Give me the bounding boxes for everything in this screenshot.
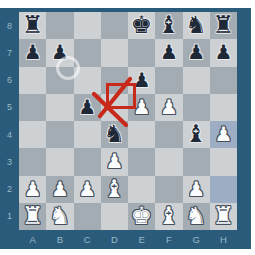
- square-c2[interactable]: ♟: [74, 176, 101, 203]
- square-d8[interactable]: [101, 12, 128, 39]
- square-d4[interactable]: ♞: [101, 121, 128, 148]
- square-b7[interactable]: ♟: [46, 39, 73, 66]
- square-e1[interactable]: ♚: [128, 203, 155, 230]
- chess-app: ♜♚♝♞♜♟♟♟♟♟♟♟♟♟♞♝♟♟♟♟♟♝♟♜♞♚♝♞♜ 87654321 A…: [0, 0, 255, 255]
- square-c8[interactable]: [74, 12, 101, 39]
- white-knight[interactable]: ♞: [49, 203, 71, 230]
- file-labels: ABCDEFGH: [19, 230, 237, 249]
- white-pawn[interactable]: ♟: [51, 176, 69, 203]
- square-e6[interactable]: ♟: [128, 67, 155, 94]
- black-rook[interactable]: ♜: [213, 12, 235, 39]
- black-pawn[interactable]: ♟: [78, 94, 96, 121]
- square-b4[interactable]: [46, 121, 73, 148]
- square-a7[interactable]: ♟: [19, 39, 46, 66]
- white-bishop[interactable]: ♝: [158, 203, 180, 230]
- square-h1[interactable]: ♜: [210, 203, 237, 230]
- file-label-g: G: [183, 230, 210, 249]
- square-h2[interactable]: [210, 176, 237, 203]
- square-d2[interactable]: ♝: [101, 176, 128, 203]
- square-g7[interactable]: ♟: [183, 39, 210, 66]
- square-g4[interactable]: ♝: [183, 121, 210, 148]
- square-f4[interactable]: [155, 121, 182, 148]
- board[interactable]: ♜♚♝♞♜♟♟♟♟♟♟♟♟♟♞♝♟♟♟♟♟♝♟♜♞♚♝♞♜: [19, 12, 237, 230]
- black-bishop[interactable]: ♝: [158, 12, 180, 39]
- rank-label-6: 6: [0, 67, 19, 94]
- white-pawn[interactable]: ♟: [78, 176, 96, 203]
- square-f1[interactable]: ♝: [155, 203, 182, 230]
- file-label-c: C: [74, 230, 101, 249]
- file-label-d: D: [101, 230, 128, 249]
- white-king[interactable]: ♚: [131, 203, 153, 230]
- square-e7[interactable]: [128, 39, 155, 66]
- square-g2[interactable]: ♟: [183, 176, 210, 203]
- black-rook[interactable]: ♜: [22, 12, 44, 39]
- square-f5[interactable]: ♟: [155, 94, 182, 121]
- square-d6[interactable]: [101, 67, 128, 94]
- square-c1[interactable]: [74, 203, 101, 230]
- square-e4[interactable]: [128, 121, 155, 148]
- square-d3[interactable]: ♟: [101, 148, 128, 175]
- white-pawn[interactable]: ♟: [133, 94, 151, 121]
- square-b6[interactable]: [46, 67, 73, 94]
- square-g1[interactable]: ♞: [183, 203, 210, 230]
- white-rook[interactable]: ♜: [213, 203, 235, 230]
- rank-label-1: 1: [0, 203, 19, 230]
- square-a6[interactable]: [19, 67, 46, 94]
- file-label-h: H: [210, 230, 237, 249]
- square-f6[interactable]: [155, 67, 182, 94]
- black-pawn[interactable]: ♟: [24, 39, 42, 66]
- white-bishop[interactable]: ♝: [104, 176, 126, 203]
- white-pawn[interactable]: ♟: [160, 94, 178, 121]
- file-label-f: F: [155, 230, 182, 249]
- black-pawn[interactable]: ♟: [133, 67, 151, 94]
- file-label-a: A: [19, 230, 46, 249]
- square-e3[interactable]: [128, 148, 155, 175]
- square-c4[interactable]: [74, 121, 101, 148]
- square-a8[interactable]: ♜: [19, 12, 46, 39]
- square-b3[interactable]: [46, 148, 73, 175]
- square-e5[interactable]: ♟: [128, 94, 155, 121]
- square-h8[interactable]: ♜: [210, 12, 237, 39]
- white-pawn[interactable]: ♟: [105, 148, 123, 175]
- black-pawn[interactable]: ♟: [51, 39, 69, 66]
- black-king[interactable]: ♚: [131, 12, 153, 39]
- square-h6[interactable]: [210, 67, 237, 94]
- square-g5[interactable]: [183, 94, 210, 121]
- square-f7[interactable]: ♟: [155, 39, 182, 66]
- rank-label-7: 7: [0, 39, 19, 66]
- rank-label-4: 4: [0, 121, 19, 148]
- black-knight[interactable]: ♞: [185, 12, 207, 39]
- square-h7[interactable]: ♟: [210, 39, 237, 66]
- square-f2[interactable]: [155, 176, 182, 203]
- white-pawn[interactable]: ♟: [24, 176, 42, 203]
- square-b1[interactable]: ♞: [46, 203, 73, 230]
- square-f3[interactable]: [155, 148, 182, 175]
- white-pawn[interactable]: ♟: [187, 176, 205, 203]
- square-f8[interactable]: ♝: [155, 12, 182, 39]
- square-d7[interactable]: [101, 39, 128, 66]
- square-c6[interactable]: [74, 67, 101, 94]
- black-knight[interactable]: ♞: [104, 121, 126, 148]
- black-pawn[interactable]: ♟: [214, 39, 232, 66]
- square-c3[interactable]: [74, 148, 101, 175]
- square-c5[interactable]: ♟: [74, 94, 101, 121]
- square-h5[interactable]: [210, 94, 237, 121]
- square-a4[interactable]: [19, 121, 46, 148]
- square-h4[interactable]: ♟: [210, 121, 237, 148]
- square-d1[interactable]: [101, 203, 128, 230]
- square-a1[interactable]: ♜: [19, 203, 46, 230]
- square-a2[interactable]: ♟: [19, 176, 46, 203]
- square-g6[interactable]: [183, 67, 210, 94]
- file-label-e: E: [128, 230, 155, 249]
- black-pawn[interactable]: ♟: [160, 39, 178, 66]
- square-a5[interactable]: [19, 94, 46, 121]
- square-b2[interactable]: ♟: [46, 176, 73, 203]
- square-h3[interactable]: [210, 148, 237, 175]
- white-rook[interactable]: ♜: [22, 203, 44, 230]
- rank-label-5: 5: [0, 94, 19, 121]
- file-label-b: B: [46, 230, 73, 249]
- square-b5[interactable]: [46, 94, 73, 121]
- square-e2[interactable]: [128, 176, 155, 203]
- black-pawn[interactable]: ♟: [187, 39, 205, 66]
- square-a3[interactable]: [19, 148, 46, 175]
- square-g8[interactable]: ♞: [183, 12, 210, 39]
- white-knight[interactable]: ♞: [185, 203, 207, 230]
- rank-labels: 87654321: [0, 12, 19, 230]
- black-bishop[interactable]: ♝: [185, 121, 207, 148]
- rank-label-3: 3: [0, 148, 19, 175]
- square-c7[interactable]: [74, 39, 101, 66]
- white-pawn[interactable]: ♟: [214, 121, 232, 148]
- square-e8[interactable]: ♚: [128, 12, 155, 39]
- square-d5[interactable]: [101, 94, 128, 121]
- square-g3[interactable]: [183, 148, 210, 175]
- rank-label-8: 8: [0, 12, 19, 39]
- square-b8[interactable]: [46, 12, 73, 39]
- rank-label-2: 2: [0, 176, 19, 203]
